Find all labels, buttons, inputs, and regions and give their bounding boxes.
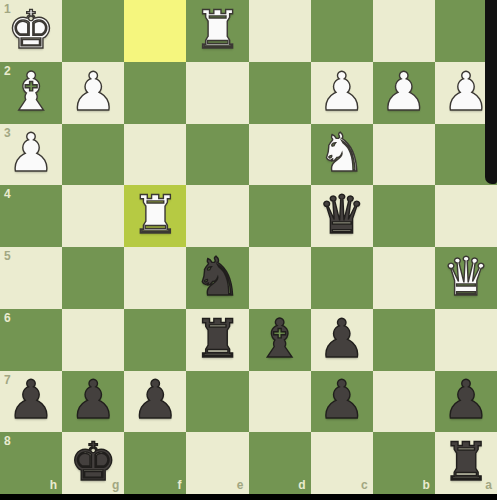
piece-white-king[interactable]: ♚ — [7, 3, 55, 56]
piece-black-bishop[interactable]: ♝ — [256, 312, 304, 365]
square-e8[interactable]: e — [186, 432, 248, 494]
square-g2[interactable]: ♟ — [62, 62, 124, 124]
square-d1[interactable] — [249, 0, 311, 62]
piece-white-pawn[interactable]: ♟ — [7, 127, 55, 180]
piece-black-pawn[interactable]: ♟ — [132, 374, 180, 427]
square-c5[interactable] — [311, 247, 373, 309]
square-c2[interactable]: ♟ — [311, 62, 373, 124]
file-label-e: e — [237, 479, 244, 491]
piece-black-pawn[interactable]: ♟ — [442, 374, 490, 427]
piece-black-rook[interactable]: ♜ — [194, 312, 242, 365]
square-e5[interactable]: ♞ — [186, 247, 248, 309]
square-c4[interactable]: ♛ — [311, 185, 373, 247]
square-c1[interactable] — [311, 0, 373, 62]
square-h6[interactable]: 6 — [0, 309, 62, 371]
file-label-f: f — [177, 479, 181, 491]
square-c7[interactable]: ♟ — [311, 371, 373, 433]
square-b8[interactable]: b — [373, 432, 435, 494]
square-e7[interactable] — [186, 371, 248, 433]
square-f6[interactable] — [124, 309, 186, 371]
rank-label-5: 5 — [4, 250, 11, 262]
square-c6[interactable]: ♟ — [311, 309, 373, 371]
square-f8[interactable]: f — [124, 432, 186, 494]
piece-white-rook[interactable]: ♜ — [132, 189, 180, 242]
square-b6[interactable] — [373, 309, 435, 371]
square-h4[interactable]: 4 — [0, 185, 62, 247]
square-f1[interactable] — [124, 0, 186, 62]
chess-board: 1♚♜2♝♟♟♟♟3♟♞4♜♛5♞♛6♜♝♟7♟♟♟♟♟8hg♚fedcba♜ — [0, 0, 497, 494]
piece-black-king[interactable]: ♚ — [69, 436, 117, 489]
file-label-g: g — [112, 479, 119, 491]
square-g3[interactable] — [62, 124, 124, 186]
square-d4[interactable] — [249, 185, 311, 247]
square-a7[interactable]: ♟ — [435, 371, 497, 433]
piece-white-pawn[interactable]: ♟ — [318, 65, 366, 118]
square-b2[interactable]: ♟ — [373, 62, 435, 124]
square-g6[interactable] — [62, 309, 124, 371]
scrollbar-thumb[interactable] — [485, 0, 497, 184]
square-f5[interactable] — [124, 247, 186, 309]
square-f4[interactable]: ♜ — [124, 185, 186, 247]
square-a6[interactable] — [435, 309, 497, 371]
square-h7[interactable]: 7♟ — [0, 371, 62, 433]
piece-black-rook[interactable]: ♜ — [442, 436, 490, 489]
square-e1[interactable]: ♜ — [186, 0, 248, 62]
square-e2[interactable] — [186, 62, 248, 124]
file-label-a: a — [485, 479, 492, 491]
square-c3[interactable]: ♞ — [311, 124, 373, 186]
piece-black-pawn[interactable]: ♟ — [7, 374, 55, 427]
square-h5[interactable]: 5 — [0, 247, 62, 309]
piece-black-pawn[interactable]: ♟ — [69, 374, 117, 427]
square-d3[interactable] — [249, 124, 311, 186]
square-h1[interactable]: 1♚ — [0, 0, 62, 62]
square-d7[interactable] — [249, 371, 311, 433]
square-e4[interactable] — [186, 185, 248, 247]
square-c8[interactable]: c — [311, 432, 373, 494]
rank-label-8: 8 — [4, 435, 11, 447]
rank-label-4: 4 — [4, 188, 11, 200]
square-h3[interactable]: 3♟ — [0, 124, 62, 186]
square-b1[interactable] — [373, 0, 435, 62]
square-e6[interactable]: ♜ — [186, 309, 248, 371]
piece-white-knight[interactable]: ♞ — [318, 127, 366, 180]
piece-black-queen[interactable]: ♛ — [318, 189, 366, 242]
square-g4[interactable] — [62, 185, 124, 247]
square-g7[interactable]: ♟ — [62, 371, 124, 433]
square-d5[interactable] — [249, 247, 311, 309]
piece-white-queen[interactable]: ♛ — [442, 250, 490, 303]
square-g5[interactable] — [62, 247, 124, 309]
piece-white-pawn[interactable]: ♟ — [442, 65, 490, 118]
rank-label-6: 6 — [4, 312, 11, 324]
bottom-letterbox-bar — [0, 494, 497, 500]
piece-white-bishop[interactable]: ♝ — [7, 65, 55, 118]
piece-black-pawn[interactable]: ♟ — [318, 374, 366, 427]
square-h2[interactable]: 2♝ — [0, 62, 62, 124]
square-d2[interactable] — [249, 62, 311, 124]
square-g1[interactable] — [62, 0, 124, 62]
square-f3[interactable] — [124, 124, 186, 186]
piece-white-rook[interactable]: ♜ — [194, 3, 242, 56]
file-label-h: h — [50, 479, 57, 491]
file-label-c: c — [361, 479, 368, 491]
square-b7[interactable] — [373, 371, 435, 433]
square-b3[interactable] — [373, 124, 435, 186]
rank-label-1: 1 — [4, 3, 11, 15]
file-label-d: d — [298, 479, 305, 491]
square-f2[interactable] — [124, 62, 186, 124]
file-label-b: b — [423, 479, 430, 491]
piece-black-knight[interactable]: ♞ — [194, 250, 242, 303]
square-g8[interactable]: g♚ — [62, 432, 124, 494]
rank-label-2: 2 — [4, 65, 11, 77]
square-b5[interactable] — [373, 247, 435, 309]
square-a8[interactable]: a♜ — [435, 432, 497, 494]
piece-white-pawn[interactable]: ♟ — [69, 65, 117, 118]
square-e3[interactable] — [186, 124, 248, 186]
square-a5[interactable]: ♛ — [435, 247, 497, 309]
square-h8[interactable]: 8h — [0, 432, 62, 494]
square-a4[interactable] — [435, 185, 497, 247]
chess-app-screen: 1♚♜2♝♟♟♟♟3♟♞4♜♛5♞♛6♜♝♟7♟♟♟♟♟8hg♚fedcba♜ — [0, 0, 497, 500]
square-d8[interactable]: d — [249, 432, 311, 494]
square-f7[interactable]: ♟ — [124, 371, 186, 433]
piece-black-pawn[interactable]: ♟ — [318, 312, 366, 365]
piece-white-pawn[interactable]: ♟ — [380, 65, 428, 118]
square-b4[interactable] — [373, 185, 435, 247]
rank-label-3: 3 — [4, 127, 11, 139]
square-d6[interactable]: ♝ — [249, 309, 311, 371]
rank-label-7: 7 — [4, 374, 11, 386]
